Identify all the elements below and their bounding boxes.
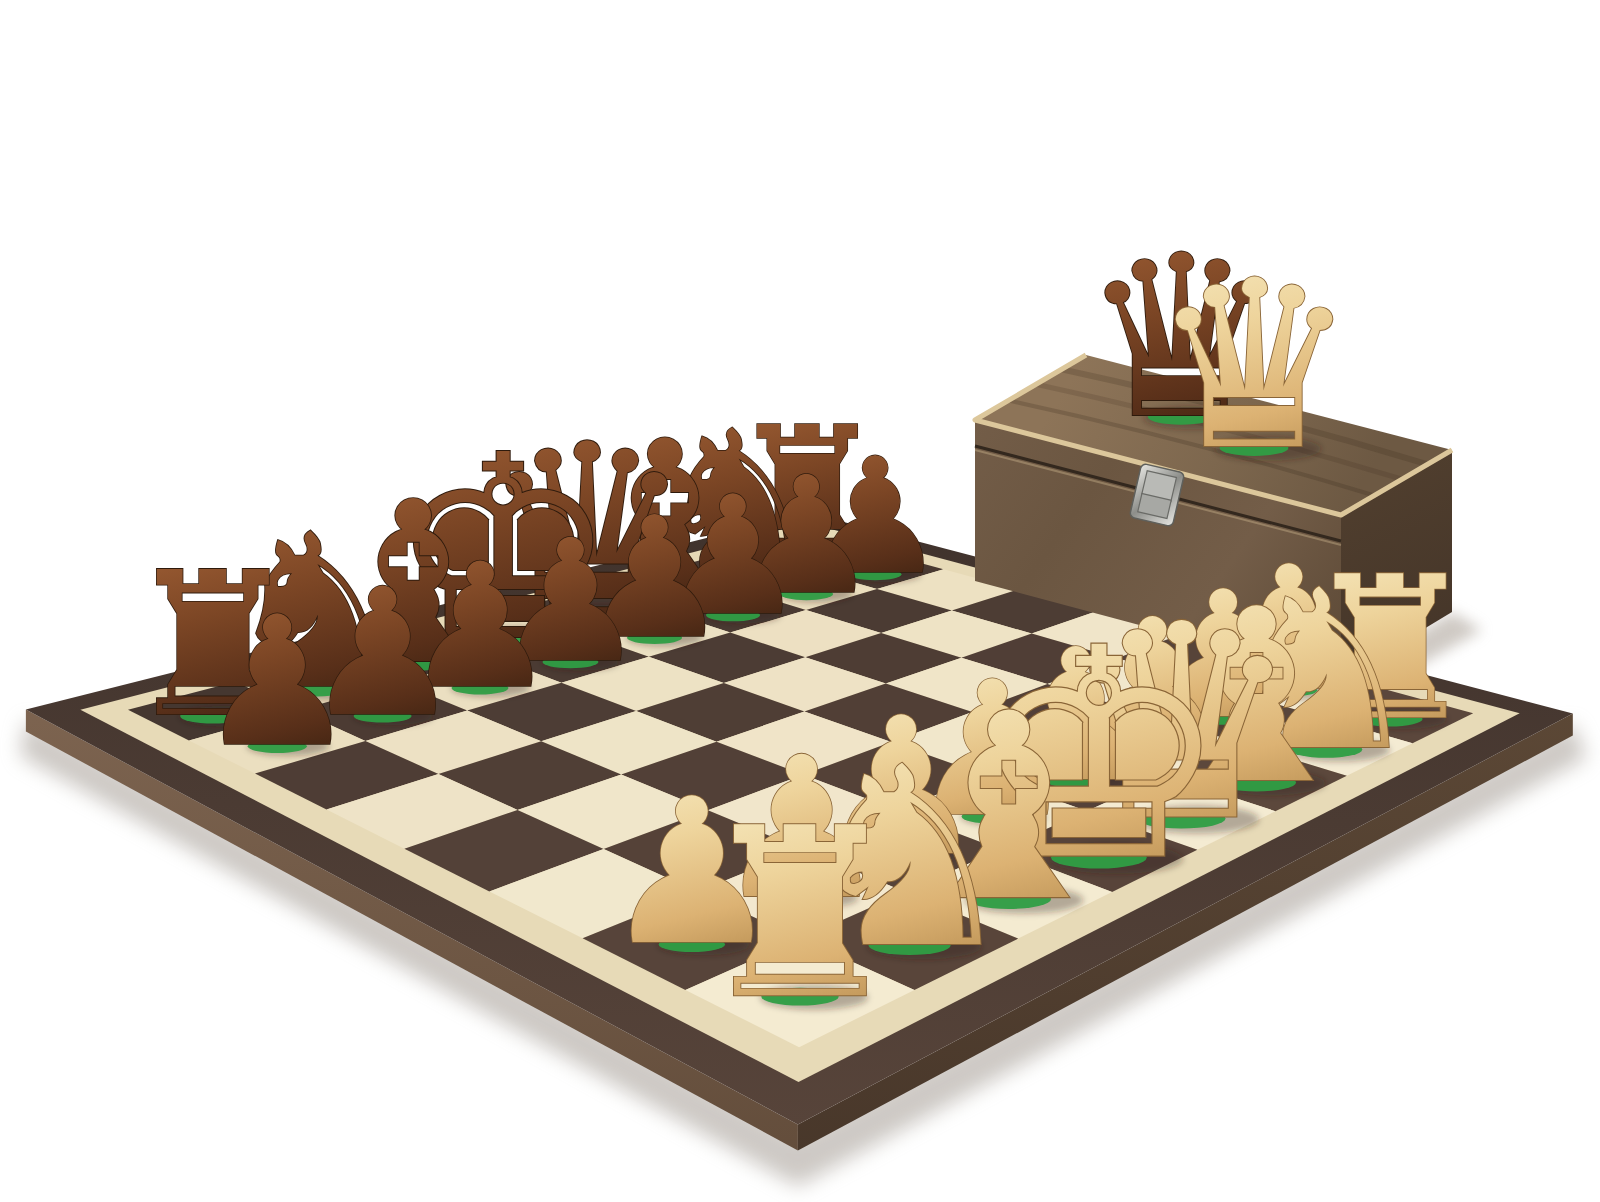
spare-queen-white: ♛ bbox=[1150, 231, 1358, 501]
chess-set-product-photo: ♜♞♟♝♟♛♟♚♟♝♟♞♟♟♜♟♟♜♟♟♞♟♝♟♛♟♚♟♝♟♞♜♛♛ bbox=[0, 0, 1600, 1202]
piece-glyph: ♟ bbox=[197, 578, 357, 786]
piece-glyph: ♜ bbox=[695, 778, 905, 1050]
piece-black-pawn-h7: ♟ bbox=[197, 578, 357, 786]
scene-canvas: ♜♞♟♝♟♛♟♚♟♝♟♞♟♟♜♟♟♜♟♟♞♟♝♟♛♟♚♟♝♟♞♜♛♛ bbox=[0, 0, 1600, 1202]
piece-glyph: ♛ bbox=[1150, 231, 1358, 501]
piece-white-rook-h1: ♜ bbox=[695, 778, 905, 1050]
spare-queens: ♛♛ bbox=[1081, 207, 1358, 501]
